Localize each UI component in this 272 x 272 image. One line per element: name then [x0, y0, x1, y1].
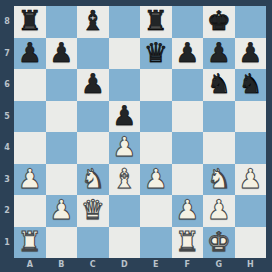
- square-b1[interactable]: [46, 227, 78, 259]
- square-d4[interactable]: ♟: [109, 132, 141, 164]
- piece-black-pawn[interactable]: ♟: [49, 38, 73, 69]
- file-label-f: F: [172, 258, 204, 272]
- rank-label-7: 7: [0, 38, 14, 70]
- square-g8[interactable]: ♚: [203, 6, 235, 38]
- square-d8[interactable]: [109, 6, 141, 38]
- square-a8[interactable]: ♜: [14, 6, 46, 38]
- file-labels: ABCDEFGH: [14, 258, 266, 272]
- square-g7[interactable]: ♟: [203, 38, 235, 70]
- piece-black-queen[interactable]: ♛: [144, 38, 168, 69]
- square-e2[interactable]: [140, 195, 172, 227]
- chess-board[interactable]: ♜♝♜♚♟♟♛♟♟♟♟♞♞♟♟♟♞♝♟♞♟♟♛♟♟♜♜♚: [14, 6, 266, 258]
- piece-white-pawn[interactable]: ♟: [175, 195, 199, 226]
- square-c5[interactable]: [77, 101, 109, 133]
- square-d3[interactable]: ♝: [109, 164, 141, 196]
- piece-white-knight[interactable]: ♞: [81, 164, 105, 195]
- file-label-c: C: [77, 258, 109, 272]
- square-c7[interactable]: [77, 38, 109, 70]
- piece-black-knight[interactable]: ♞: [238, 69, 262, 100]
- file-label-h: H: [235, 258, 267, 272]
- rank-label-1: 1: [0, 227, 14, 259]
- square-h2[interactable]: [235, 195, 267, 227]
- square-g1[interactable]: ♚: [203, 227, 235, 259]
- piece-white-pawn[interactable]: ♟: [49, 195, 73, 226]
- square-d6[interactable]: [109, 69, 141, 101]
- rank-label-5: 5: [0, 101, 14, 133]
- square-h4[interactable]: [235, 132, 267, 164]
- piece-black-pawn[interactable]: ♟: [81, 69, 105, 100]
- square-c2[interactable]: ♛: [77, 195, 109, 227]
- rank-labels: 87654321: [0, 6, 14, 258]
- square-e6[interactable]: [140, 69, 172, 101]
- square-f7[interactable]: ♟: [172, 38, 204, 70]
- rank-label-8: 8: [0, 6, 14, 38]
- piece-white-pawn[interactable]: ♟: [112, 132, 136, 163]
- piece-black-bishop[interactable]: ♝: [81, 6, 105, 37]
- square-g4[interactable]: [203, 132, 235, 164]
- square-b7[interactable]: ♟: [46, 38, 78, 70]
- square-g5[interactable]: [203, 101, 235, 133]
- square-b6[interactable]: [46, 69, 78, 101]
- square-e8[interactable]: ♜: [140, 6, 172, 38]
- piece-black-pawn[interactable]: ♟: [18, 38, 42, 69]
- square-a3[interactable]: ♟: [14, 164, 46, 196]
- piece-black-king[interactable]: ♚: [207, 6, 231, 37]
- piece-black-rook[interactable]: ♜: [144, 6, 168, 37]
- square-e3[interactable]: ♟: [140, 164, 172, 196]
- piece-white-rook[interactable]: ♜: [175, 227, 199, 258]
- file-label-d: D: [109, 258, 141, 272]
- square-d7[interactable]: [109, 38, 141, 70]
- file-label-e: E: [140, 258, 172, 272]
- piece-black-knight[interactable]: ♞: [207, 69, 231, 100]
- square-b2[interactable]: ♟: [46, 195, 78, 227]
- square-c4[interactable]: [77, 132, 109, 164]
- square-c1[interactable]: [77, 227, 109, 259]
- square-g6[interactable]: ♞: [203, 69, 235, 101]
- chess-board-frame: 87654321 ♜♝♜♚♟♟♛♟♟♟♟♞♞♟♟♟♞♝♟♞♟♟♛♟♟♜♜♚ AB…: [0, 0, 272, 272]
- piece-black-pawn[interactable]: ♟: [238, 38, 262, 69]
- square-f1[interactable]: ♜: [172, 227, 204, 259]
- square-b8[interactable]: [46, 6, 78, 38]
- square-d2[interactable]: [109, 195, 141, 227]
- square-h6[interactable]: ♞: [235, 69, 267, 101]
- square-e7[interactable]: ♛: [140, 38, 172, 70]
- square-a6[interactable]: [14, 69, 46, 101]
- file-label-a: A: [14, 258, 46, 272]
- piece-white-pawn[interactable]: ♟: [207, 195, 231, 226]
- piece-white-knight[interactable]: ♞: [207, 164, 231, 195]
- square-g2[interactable]: ♟: [203, 195, 235, 227]
- square-g3[interactable]: ♞: [203, 164, 235, 196]
- square-f6[interactable]: [172, 69, 204, 101]
- piece-black-pawn[interactable]: ♟: [207, 38, 231, 69]
- square-d5[interactable]: ♟: [109, 101, 141, 133]
- square-c6[interactable]: ♟: [77, 69, 109, 101]
- piece-white-queen[interactable]: ♛: [81, 195, 105, 226]
- rank-label-2: 2: [0, 195, 14, 227]
- piece-white-rook[interactable]: ♜: [18, 227, 42, 258]
- square-f8[interactable]: [172, 6, 204, 38]
- square-f2[interactable]: ♟: [172, 195, 204, 227]
- square-h1[interactable]: [235, 227, 267, 259]
- piece-white-king[interactable]: ♚: [207, 227, 231, 258]
- square-h7[interactable]: ♟: [235, 38, 267, 70]
- square-e1[interactable]: [140, 227, 172, 259]
- piece-white-bishop[interactable]: ♝: [112, 164, 136, 195]
- piece-black-pawn[interactable]: ♟: [112, 101, 136, 132]
- piece-white-pawn[interactable]: ♟: [144, 164, 168, 195]
- square-h3[interactable]: ♟: [235, 164, 267, 196]
- square-d1[interactable]: [109, 227, 141, 259]
- piece-black-rook[interactable]: ♜: [18, 6, 42, 37]
- square-h8[interactable]: [235, 6, 267, 38]
- square-f5[interactable]: [172, 101, 204, 133]
- square-c8[interactable]: ♝: [77, 6, 109, 38]
- rank-label-3: 3: [0, 164, 14, 196]
- square-a2[interactable]: [14, 195, 46, 227]
- square-b4[interactable]: [46, 132, 78, 164]
- piece-white-pawn[interactable]: ♟: [18, 164, 42, 195]
- square-h5[interactable]: [235, 101, 267, 133]
- square-c3[interactable]: ♞: [77, 164, 109, 196]
- square-a7[interactable]: ♟: [14, 38, 46, 70]
- square-f4[interactable]: [172, 132, 204, 164]
- piece-white-pawn[interactable]: ♟: [238, 164, 262, 195]
- rank-label-6: 6: [0, 69, 14, 101]
- file-label-b: B: [46, 258, 78, 272]
- square-e5[interactable]: [140, 101, 172, 133]
- square-b3[interactable]: [46, 164, 78, 196]
- square-a4[interactable]: [14, 132, 46, 164]
- square-a1[interactable]: ♜: [14, 227, 46, 259]
- rank-label-4: 4: [0, 132, 14, 164]
- square-f3[interactable]: [172, 164, 204, 196]
- square-a5[interactable]: [14, 101, 46, 133]
- file-label-g: G: [203, 258, 235, 272]
- square-b5[interactable]: [46, 101, 78, 133]
- piece-black-pawn[interactable]: ♟: [175, 38, 199, 69]
- square-e4[interactable]: [140, 132, 172, 164]
